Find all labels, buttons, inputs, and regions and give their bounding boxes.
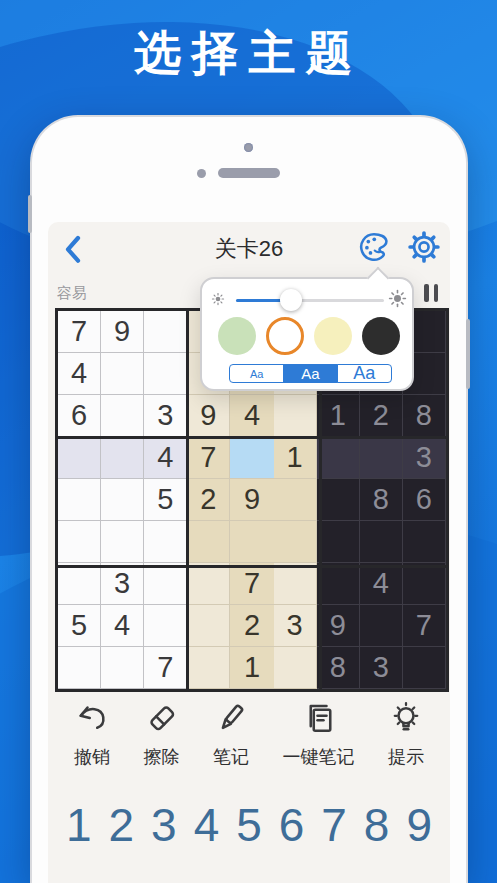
volume-button bbox=[28, 195, 32, 233]
grid-cell-r7c6[interactable] bbox=[274, 563, 317, 605]
grid-cell-r8c4[interactable] bbox=[187, 605, 230, 647]
grid-cell-r7c9[interactable] bbox=[403, 563, 446, 605]
toolbar: 撤销擦除笔记一键笔记提示 bbox=[48, 700, 450, 769]
grid-cell-r7c1[interactable] bbox=[58, 563, 101, 605]
grid-cell-r6c9[interactable] bbox=[403, 521, 446, 563]
numpad-3[interactable]: 3 bbox=[151, 794, 177, 856]
grid-cell-r4c4[interactable]: 7 bbox=[187, 437, 230, 479]
grid-cell-r1c3[interactable] bbox=[144, 311, 187, 353]
grid-cell-r3c3[interactable]: 3 bbox=[144, 395, 187, 437]
grid-cell-r5c2[interactable] bbox=[101, 479, 144, 521]
camera-dot bbox=[244, 143, 253, 152]
font-size-option-3[interactable]: Aa bbox=[337, 364, 392, 383]
grid-cell-r6c4[interactable] bbox=[187, 521, 230, 563]
speaker-slot bbox=[218, 168, 280, 178]
page-title: 选择主题 bbox=[0, 22, 497, 85]
grid-cell-r9c2[interactable] bbox=[101, 647, 144, 689]
grid-cell-r5c1[interactable] bbox=[58, 479, 101, 521]
settings-button[interactable] bbox=[407, 230, 441, 264]
power-button bbox=[466, 319, 470, 389]
grid-cell-r1c1[interactable]: 7 bbox=[58, 311, 101, 353]
grid-cell-r8c7[interactable]: 9 bbox=[317, 605, 360, 647]
brightness-slider[interactable] bbox=[236, 289, 384, 311]
grid-cell-r5c4[interactable]: 2 bbox=[187, 479, 230, 521]
grid-cell-r6c6[interactable] bbox=[274, 521, 317, 563]
grid-cell-r7c7[interactable] bbox=[317, 563, 360, 605]
grid-cell-r5c6[interactable] bbox=[274, 479, 317, 521]
grid-cell-r8c5[interactable]: 2 bbox=[230, 605, 273, 647]
grid-cell-r3c4[interactable]: 9 bbox=[187, 395, 230, 437]
bulb-icon bbox=[388, 700, 424, 736]
pause-button[interactable] bbox=[424, 284, 446, 304]
bulb-button[interactable]: 提示 bbox=[388, 700, 424, 769]
grid-cell-r3c5[interactable]: 4 bbox=[230, 395, 273, 437]
grid-cell-r5c7[interactable] bbox=[317, 479, 360, 521]
tool-label: 擦除 bbox=[144, 745, 180, 769]
grid-cell-r5c9[interactable]: 6 bbox=[403, 479, 446, 521]
theme-palette-button[interactable] bbox=[357, 230, 391, 264]
grid-cell-r2c1[interactable]: 4 bbox=[58, 353, 101, 395]
grid-cell-r9c6[interactable] bbox=[274, 647, 317, 689]
grid-cell-r9c8[interactable]: 3 bbox=[360, 647, 403, 689]
grid-cell-r9c3[interactable]: 7 bbox=[144, 647, 187, 689]
grid-cell-r7c3[interactable] bbox=[144, 563, 187, 605]
numpad-4[interactable]: 4 bbox=[194, 794, 220, 856]
difficulty-label: 容易 bbox=[57, 284, 87, 303]
numpad-9[interactable]: 9 bbox=[406, 794, 432, 856]
grid-cell-r2c2[interactable] bbox=[101, 353, 144, 395]
font-size-segmented-control: AaAaAa bbox=[229, 364, 392, 383]
grid-cell-r9c9[interactable] bbox=[403, 647, 446, 689]
grid-cell-r9c1[interactable] bbox=[58, 647, 101, 689]
grid-cell-r2c3[interactable] bbox=[144, 353, 187, 395]
grid-cell-r4c5[interactable] bbox=[230, 437, 273, 479]
font-size-option-2[interactable]: Aa bbox=[283, 364, 338, 383]
brightness-high-icon bbox=[388, 289, 407, 308]
pen-icon bbox=[213, 700, 249, 736]
grid-cell-r8c2[interactable]: 4 bbox=[101, 605, 144, 647]
grid-cell-r4c6[interactable]: 1 bbox=[274, 437, 317, 479]
theme-popup: AaAaAa bbox=[200, 277, 414, 391]
grid-cell-r8c9[interactable]: 7 bbox=[403, 605, 446, 647]
grid-cell-r4c9[interactable]: 3 bbox=[403, 437, 446, 479]
sensor-dot bbox=[197, 169, 206, 178]
eraser-button[interactable]: 擦除 bbox=[144, 700, 180, 769]
grid-cell-r1c2[interactable]: 9 bbox=[101, 311, 144, 353]
numpad-1[interactable]: 1 bbox=[66, 794, 92, 856]
grid-cell-r8c8[interactable] bbox=[360, 605, 403, 647]
tool-label: 提示 bbox=[388, 745, 424, 769]
grid-cell-r9c7[interactable]: 8 bbox=[317, 647, 360, 689]
grid-cell-r4c7[interactable] bbox=[317, 437, 360, 479]
grid-cell-r3c6[interactable] bbox=[274, 395, 317, 437]
tool-label: 笔记 bbox=[213, 745, 249, 769]
number-pad: 123456789 bbox=[48, 794, 450, 856]
grid-cell-r4c3[interactable]: 4 bbox=[144, 437, 187, 479]
numpad-6[interactable]: 6 bbox=[279, 794, 305, 856]
pause-icon bbox=[434, 284, 439, 302]
tool-label: 一键笔记 bbox=[283, 745, 355, 769]
grid-cell-r8c3[interactable] bbox=[144, 605, 187, 647]
grid-cell-r6c1[interactable] bbox=[58, 521, 101, 563]
grid-cell-r3c1[interactable]: 6 bbox=[58, 395, 101, 437]
grid-cell-r7c8[interactable]: 4 bbox=[360, 563, 403, 605]
brightness-low-icon bbox=[211, 292, 225, 306]
copy-notes-icon bbox=[301, 700, 337, 736]
grid-cell-r8c1[interactable]: 5 bbox=[58, 605, 101, 647]
numpad-7[interactable]: 7 bbox=[321, 794, 347, 856]
font-size-option-1[interactable]: Aa bbox=[229, 364, 284, 383]
grid-cell-r6c7[interactable] bbox=[317, 521, 360, 563]
pen-button[interactable]: 笔记 bbox=[213, 700, 249, 769]
box-divider bbox=[58, 565, 446, 568]
grid-cell-r5c3[interactable]: 5 bbox=[144, 479, 187, 521]
nav-bar: 关卡26 bbox=[48, 222, 450, 276]
gear-icon bbox=[407, 230, 441, 264]
grid-cell-r6c8[interactable] bbox=[360, 521, 403, 563]
grid-cell-r3c9[interactable]: 8 bbox=[403, 395, 446, 437]
grid-cell-r9c4[interactable] bbox=[187, 647, 230, 689]
eraser-icon bbox=[144, 700, 180, 736]
grid-cell-r9c5[interactable]: 1 bbox=[230, 647, 273, 689]
swatch-dark-theme[interactable] bbox=[362, 317, 400, 355]
grid-cell-r5c5[interactable]: 9 bbox=[230, 479, 273, 521]
grid-cell-r3c2[interactable] bbox=[101, 395, 144, 437]
phone-mockup: 关卡26 bbox=[30, 115, 468, 883]
grid-cell-r7c5[interactable]: 7 bbox=[230, 563, 273, 605]
grid-cell-r5c8[interactable]: 8 bbox=[360, 479, 403, 521]
numpad-5[interactable]: 5 bbox=[236, 794, 262, 856]
palette-icon bbox=[357, 230, 391, 264]
slider-thumb[interactable] bbox=[280, 289, 302, 311]
box-divider bbox=[186, 311, 189, 689]
grid-cell-r6c5[interactable] bbox=[230, 521, 273, 563]
theme-swatch-row bbox=[218, 317, 400, 355]
grid-cell-r3c7[interactable]: 1 bbox=[317, 395, 360, 437]
grid-cell-r4c2[interactable] bbox=[101, 437, 144, 479]
copy-notes-button[interactable]: 一键笔记 bbox=[283, 700, 355, 769]
app-screen: 关卡26 bbox=[48, 222, 450, 883]
swatch-green-theme[interactable] bbox=[218, 317, 256, 355]
grid-cell-r6c2[interactable] bbox=[101, 521, 144, 563]
grid-cell-r4c1[interactable] bbox=[58, 437, 101, 479]
swatch-white-theme[interactable] bbox=[266, 317, 304, 355]
pause-icon bbox=[424, 284, 429, 302]
numpad-8[interactable]: 8 bbox=[364, 794, 390, 856]
grid-cell-r8c6[interactable]: 3 bbox=[274, 605, 317, 647]
grid-cell-r7c4[interactable] bbox=[187, 563, 230, 605]
grid-cell-r3c8[interactable]: 2 bbox=[360, 395, 403, 437]
numpad-2[interactable]: 2 bbox=[109, 794, 135, 856]
grid-cell-r4c8[interactable] bbox=[360, 437, 403, 479]
swatch-yellow-theme[interactable] bbox=[314, 317, 352, 355]
grid-cell-r6c3[interactable] bbox=[144, 521, 187, 563]
tool-label: 撤销 bbox=[74, 745, 110, 769]
undo-button[interactable]: 撤销 bbox=[74, 700, 110, 769]
box-divider bbox=[58, 436, 446, 439]
grid-cell-r7c2[interactable]: 3 bbox=[101, 563, 144, 605]
undo-icon bbox=[74, 700, 110, 736]
